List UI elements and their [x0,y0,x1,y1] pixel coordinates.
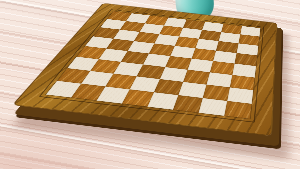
chess-board [12,3,277,136]
square-h1 [224,101,251,119]
scene [0,0,300,169]
square-g1 [199,98,228,116]
board-playing-area [46,11,261,119]
